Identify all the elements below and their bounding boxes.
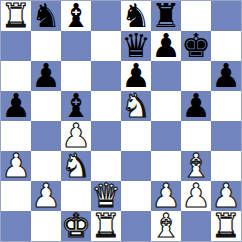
square-f5[interactable] — [151, 91, 181, 121]
square-c7[interactable] — [61, 31, 91, 61]
square-f2[interactable]: ♟ — [151, 181, 181, 211]
square-c6[interactable] — [61, 61, 91, 91]
square-b6[interactable]: ♟ — [31, 61, 61, 91]
square-d1[interactable]: ♜ — [91, 211, 121, 241]
square-b5[interactable] — [31, 91, 61, 121]
piece-white-queen: ♛ — [91, 181, 121, 211]
square-b8[interactable]: ♞ — [31, 1, 61, 31]
square-c8[interactable]: ♝ — [61, 1, 91, 31]
square-h8[interactable] — [211, 1, 241, 31]
piece-black-queen: ♛ — [121, 31, 151, 61]
piece-white-pawn: ♟ — [211, 181, 241, 211]
square-e5[interactable]: ♞ — [121, 91, 151, 121]
square-g2[interactable]: ♟ — [181, 181, 211, 211]
square-a7[interactable] — [1, 31, 31, 61]
square-g4[interactable] — [181, 121, 211, 151]
square-d2[interactable]: ♛ — [91, 181, 121, 211]
square-d7[interactable] — [91, 31, 121, 61]
square-h7[interactable] — [211, 31, 241, 61]
chess-board-frame: ♜♞♝♞♜♛♟♚♟♟♟♟♝♞♟♟♟♞♝♟♛♟♟♟♚♜♝♜ — [0, 0, 242, 242]
chess-board: ♜♞♝♞♜♛♟♚♟♟♟♟♝♞♟♟♟♞♝♟♛♟♟♟♚♜♝♜ — [1, 1, 241, 241]
square-d4[interactable] — [91, 121, 121, 151]
square-f6[interactable] — [151, 61, 181, 91]
square-g8[interactable] — [181, 1, 211, 31]
piece-white-king: ♚ — [61, 211, 91, 241]
square-g7[interactable]: ♚ — [181, 31, 211, 61]
piece-white-pawn: ♟ — [181, 181, 211, 211]
piece-black-pawn: ♟ — [211, 61, 241, 91]
square-h1[interactable]: ♜ — [211, 211, 241, 241]
square-h2[interactable]: ♟ — [211, 181, 241, 211]
square-a1[interactable] — [1, 211, 31, 241]
square-e1[interactable] — [121, 211, 151, 241]
piece-white-knight: ♞ — [121, 91, 151, 121]
piece-black-pawn: ♟ — [31, 61, 61, 91]
square-c3[interactable]: ♞ — [61, 151, 91, 181]
square-b1[interactable] — [31, 211, 61, 241]
piece-white-rook: ♜ — [1, 1, 31, 31]
piece-black-king: ♚ — [181, 31, 211, 61]
piece-black-rook: ♜ — [151, 1, 181, 31]
piece-white-bishop: ♝ — [151, 211, 181, 241]
square-b2[interactable]: ♟ — [31, 181, 61, 211]
square-c2[interactable] — [61, 181, 91, 211]
square-b4[interactable] — [31, 121, 61, 151]
square-e7[interactable]: ♛ — [121, 31, 151, 61]
square-g3[interactable]: ♝ — [181, 151, 211, 181]
square-a4[interactable] — [1, 121, 31, 151]
square-d8[interactable] — [91, 1, 121, 31]
square-b3[interactable] — [31, 151, 61, 181]
square-a5[interactable]: ♟ — [1, 91, 31, 121]
square-a2[interactable] — [1, 181, 31, 211]
square-g5[interactable]: ♟ — [181, 91, 211, 121]
square-e8[interactable]: ♞ — [121, 1, 151, 31]
piece-black-knight: ♞ — [31, 1, 61, 31]
piece-black-knight: ♞ — [121, 1, 151, 31]
square-e6[interactable]: ♟ — [121, 61, 151, 91]
piece-white-pawn: ♟ — [61, 121, 91, 151]
square-f3[interactable] — [151, 151, 181, 181]
square-f8[interactable]: ♜ — [151, 1, 181, 31]
piece-black-bishop: ♝ — [61, 91, 91, 121]
piece-black-pawn: ♟ — [151, 31, 181, 61]
square-a3[interactable]: ♟ — [1, 151, 31, 181]
square-c4[interactable]: ♟ — [61, 121, 91, 151]
piece-white-rook: ♜ — [91, 211, 121, 241]
piece-white-pawn: ♟ — [31, 181, 61, 211]
square-h4[interactable] — [211, 121, 241, 151]
square-g6[interactable] — [181, 61, 211, 91]
square-d6[interactable] — [91, 61, 121, 91]
square-a6[interactable] — [1, 61, 31, 91]
square-f1[interactable]: ♝ — [151, 211, 181, 241]
square-b7[interactable] — [31, 31, 61, 61]
square-h6[interactable]: ♟ — [211, 61, 241, 91]
square-d5[interactable] — [91, 91, 121, 121]
square-c1[interactable]: ♚ — [61, 211, 91, 241]
square-f7[interactable]: ♟ — [151, 31, 181, 61]
square-a8[interactable]: ♜ — [1, 1, 31, 31]
piece-white-rook: ♜ — [211, 211, 241, 241]
piece-white-pawn: ♟ — [1, 151, 31, 181]
square-h5[interactable] — [211, 91, 241, 121]
square-f4[interactable] — [151, 121, 181, 151]
piece-white-bishop: ♝ — [181, 151, 211, 181]
square-e4[interactable] — [121, 121, 151, 151]
square-g1[interactable] — [181, 211, 211, 241]
piece-black-pawn: ♟ — [181, 91, 211, 121]
piece-black-pawn: ♟ — [121, 61, 151, 91]
piece-white-pawn: ♟ — [151, 181, 181, 211]
piece-white-knight: ♞ — [61, 151, 91, 181]
square-c5[interactable]: ♝ — [61, 91, 91, 121]
piece-black-pawn: ♟ — [1, 91, 31, 121]
square-d3[interactable] — [91, 151, 121, 181]
square-h3[interactable] — [211, 151, 241, 181]
piece-black-bishop: ♝ — [61, 1, 91, 31]
square-e3[interactable] — [121, 151, 151, 181]
square-e2[interactable] — [121, 181, 151, 211]
